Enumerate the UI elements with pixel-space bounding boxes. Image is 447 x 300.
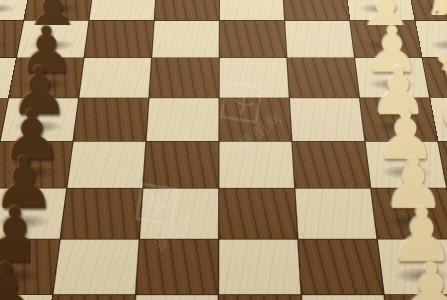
square-f3[interactable] xyxy=(295,189,376,239)
square-b5[interactable] xyxy=(152,21,219,58)
square-g5[interactable] xyxy=(136,240,218,295)
square-b3[interactable] xyxy=(285,21,354,58)
chessboard-photo: ♜♟♟♜♞♟♟♞♝♟♟♝♛♟♟♛♚♟♟♚♝♟♟♝♞♟♟♞♜♟♟♜ 义摄图网义摄图… xyxy=(0,0,447,300)
square-b4[interactable] xyxy=(220,21,287,58)
square-f6[interactable] xyxy=(61,189,142,239)
square-e6[interactable] xyxy=(67,142,145,188)
square-h3[interactable] xyxy=(302,295,391,300)
square-g4[interactable] xyxy=(219,240,300,295)
square-e5[interactable] xyxy=(143,142,218,188)
square-e4[interactable] xyxy=(219,142,294,188)
square-h6[interactable] xyxy=(45,295,134,300)
square-h7[interactable]: ♟ xyxy=(0,295,52,300)
piece-white-pawn[interactable]: ♟ xyxy=(396,253,447,300)
square-d4[interactable] xyxy=(220,98,292,141)
square-f4[interactable] xyxy=(219,189,297,239)
square-a4[interactable] xyxy=(220,0,284,20)
square-g3[interactable] xyxy=(299,240,384,295)
square-a5[interactable] xyxy=(155,0,219,20)
square-h5[interactable] xyxy=(132,295,218,300)
square-c5[interactable] xyxy=(149,58,218,98)
square-d6[interactable] xyxy=(74,98,149,141)
square-e3[interactable] xyxy=(293,142,371,188)
square-a6[interactable] xyxy=(90,0,156,20)
chess-board[interactable]: ♜♟♟♜♞♟♟♞♝♟♟♝♛♟♟♛♚♟♟♚♝♟♟♝♞♟♟♞♜♟♟♜ xyxy=(0,0,447,300)
square-b6[interactable] xyxy=(85,21,154,58)
square-f5[interactable] xyxy=(140,189,218,239)
square-c4[interactable] xyxy=(220,58,289,98)
square-d3[interactable] xyxy=(290,98,364,141)
square-a3[interactable] xyxy=(283,0,349,20)
square-c3[interactable] xyxy=(287,58,358,98)
perspective-scene: ♜♟♟♜♞♟♟♞♝♟♟♝♛♟♟♛♚♟♟♚♝♟♟♝♞♟♟♞♜♟♟♜ xyxy=(0,0,447,300)
square-h4[interactable] xyxy=(219,295,304,300)
square-d5[interactable] xyxy=(147,98,219,141)
board-tilt-plane: ♜♟♟♜♞♟♟♞♝♟♟♝♛♟♟♛♚♟♟♚♝♟♟♝♞♟♟♞♜♟♟♜ xyxy=(0,0,447,300)
piece-black-pawn[interactable]: ♟ xyxy=(0,253,40,300)
square-c6[interactable] xyxy=(79,58,151,98)
square-h2[interactable]: ♟ xyxy=(385,295,447,300)
square-g6[interactable] xyxy=(53,240,138,295)
